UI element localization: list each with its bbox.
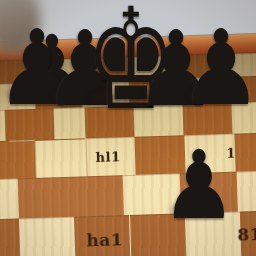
black-pawn-advanced[interactable]: ♟ (162, 138, 237, 233)
chess-photo-scene: hl11ha181 ♟♟♟♚♟♟♟ (0, 0, 256, 256)
pieces-layer: ♟♟♟♚♟♟♟ (0, 0, 256, 256)
black-pawn[interactable]: ♟ (180, 16, 256, 120)
